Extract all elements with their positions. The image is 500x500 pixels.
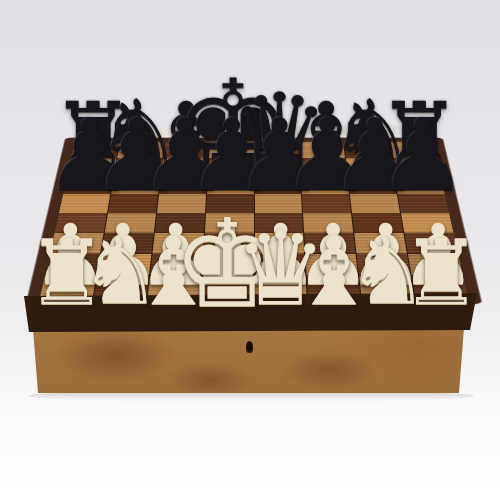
board-square — [63, 176, 113, 194]
board-square — [389, 142, 437, 158]
board-square — [203, 233, 253, 253]
board-square — [59, 194, 110, 213]
board-square — [150, 254, 203, 275]
chess-board — [40, 142, 468, 299]
board-square — [401, 213, 453, 233]
board-square — [97, 254, 151, 275]
board-square — [254, 194, 302, 213]
board-square — [306, 254, 359, 275]
board-square — [108, 194, 158, 213]
board-square — [155, 213, 205, 233]
board-square — [299, 142, 345, 158]
board-square — [346, 158, 394, 175]
board-square — [111, 176, 160, 194]
board-square — [395, 176, 445, 194]
board-square — [254, 176, 301, 194]
board-square — [114, 158, 162, 175]
board-square — [357, 254, 411, 275]
board-square — [101, 233, 153, 253]
chess-set-photo: ♜♞♝♚♛♝♞♜♟♟♟♟♟♟♟♟♟♟♟♟♟♟♟♟♜♞♝♚♛♝♞♜ — [0, 0, 500, 500]
board-square — [301, 176, 349, 194]
board-square — [408, 254, 463, 275]
board-square — [40, 276, 96, 298]
board-square — [254, 158, 300, 175]
board-square — [67, 158, 116, 175]
board-square — [352, 213, 403, 233]
board-square — [300, 158, 347, 175]
board-square — [398, 194, 449, 213]
board-square — [392, 158, 441, 175]
board-square — [405, 233, 459, 253]
keyhole — [246, 341, 253, 353]
board-square — [209, 142, 254, 158]
board-square — [355, 233, 407, 253]
board-square — [94, 276, 149, 298]
board-square — [303, 213, 353, 233]
board-square — [105, 213, 156, 233]
board-square — [350, 194, 400, 213]
board-frame — [27, 138, 482, 304]
board-square — [55, 213, 107, 233]
board-square — [45, 254, 100, 275]
board-square — [255, 213, 304, 233]
board-square — [305, 233, 356, 253]
board-square — [207, 176, 254, 194]
board-square — [348, 176, 397, 194]
board-square — [202, 254, 253, 275]
board-square — [208, 158, 254, 175]
board-square — [50, 233, 104, 253]
board-square — [163, 142, 209, 158]
board-square — [159, 176, 207, 194]
board-square — [71, 142, 119, 158]
board-square — [255, 254, 306, 275]
board-square — [206, 194, 254, 213]
board-square — [161, 158, 208, 175]
board-square — [344, 142, 391, 158]
board-square — [255, 233, 305, 253]
board-square — [117, 142, 164, 158]
board-square — [152, 233, 203, 253]
board-square — [205, 213, 254, 233]
board-square — [157, 194, 206, 213]
board-square — [302, 194, 351, 213]
board-square — [254, 142, 299, 158]
